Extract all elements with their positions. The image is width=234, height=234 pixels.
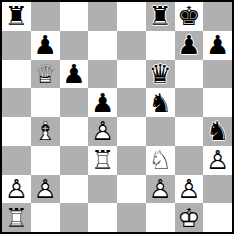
square-g6[interactable] [175, 60, 204, 89]
piece-white-pawn: ♟♙ [2, 175, 31, 204]
square-g8[interactable]: ♚ [175, 2, 204, 31]
square-b4[interactable]: ♝♗ [31, 117, 60, 146]
square-e6[interactable] [117, 60, 146, 89]
square-g2[interactable]: ♟♙ [175, 175, 204, 204]
square-f5[interactable]: ♞ [146, 88, 175, 117]
square-f4[interactable] [146, 117, 175, 146]
piece-black-rook: ♜ [2, 2, 31, 31]
square-h7[interactable]: ♟ [203, 31, 232, 60]
piece-black-knight: ♞ [203, 117, 232, 146]
piece-black-queen: ♛ [146, 60, 175, 89]
piece-black-king: ♚ [175, 2, 204, 31]
piece-white-pawn: ♟♙ [146, 175, 175, 204]
square-e1[interactable] [117, 203, 146, 232]
piece-black-pawn: ♟ [60, 60, 89, 89]
piece-black-knight: ♞ [146, 88, 175, 117]
square-c4[interactable] [60, 117, 89, 146]
square-h8[interactable] [203, 2, 232, 31]
square-g3[interactable] [175, 146, 204, 175]
square-f1[interactable] [146, 203, 175, 232]
piece-white-pawn: ♟♙ [175, 175, 204, 204]
square-c1[interactable] [60, 203, 89, 232]
square-d5[interactable]: ♟ [88, 88, 117, 117]
piece-white-pawn: ♟♙ [203, 146, 232, 175]
square-d4[interactable]: ♟♙ [88, 117, 117, 146]
square-d3[interactable]: ♜♖ [88, 146, 117, 175]
piece-black-pawn: ♟ [88, 88, 117, 117]
square-c5[interactable] [60, 88, 89, 117]
piece-black-pawn: ♟ [31, 31, 60, 60]
piece-white-king: ♚♔ [175, 203, 204, 232]
piece-white-queen: ♛♕ [31, 60, 60, 89]
square-b2[interactable]: ♟♙ [31, 175, 60, 204]
piece-white-rook: ♜♖ [2, 203, 31, 232]
square-d6[interactable] [88, 60, 117, 89]
square-d1[interactable] [88, 203, 117, 232]
piece-black-rook: ♜ [146, 2, 175, 31]
square-e8[interactable] [117, 2, 146, 31]
square-g7[interactable]: ♟ [175, 31, 204, 60]
piece-white-pawn: ♟♙ [88, 117, 117, 146]
square-a8[interactable]: ♜ [2, 2, 31, 31]
square-g1[interactable]: ♚♔ [175, 203, 204, 232]
square-b5[interactable] [31, 88, 60, 117]
piece-white-knight: ♞♘ [146, 146, 175, 175]
square-a2[interactable]: ♟♙ [2, 175, 31, 204]
square-c6[interactable]: ♟ [60, 60, 89, 89]
square-b6[interactable]: ♛♕ [31, 60, 60, 89]
square-c2[interactable] [60, 175, 89, 204]
square-a7[interactable] [2, 31, 31, 60]
square-e4[interactable] [117, 117, 146, 146]
square-f7[interactable] [146, 31, 175, 60]
square-d2[interactable] [88, 175, 117, 204]
square-f6[interactable]: ♛ [146, 60, 175, 89]
square-a4[interactable] [2, 117, 31, 146]
piece-white-rook: ♜♖ [88, 146, 117, 175]
square-c8[interactable] [60, 2, 89, 31]
square-f2[interactable]: ♟♙ [146, 175, 175, 204]
square-c7[interactable] [60, 31, 89, 60]
square-d8[interactable] [88, 2, 117, 31]
chess-board: ♜♜♚♟♟♟♛♕♟♛♟♞♝♗♟♙♞♜♖♞♘♟♙♟♙♟♙♟♙♟♙♜♖♚♔ [0, 0, 234, 234]
piece-white-bishop: ♝♗ [31, 117, 60, 146]
piece-white-pawn: ♟♙ [31, 175, 60, 204]
piece-black-pawn: ♟ [175, 31, 204, 60]
square-b8[interactable] [31, 2, 60, 31]
square-h2[interactable] [203, 175, 232, 204]
piece-black-pawn: ♟ [203, 31, 232, 60]
square-b3[interactable] [31, 146, 60, 175]
square-e2[interactable] [117, 175, 146, 204]
square-f3[interactable]: ♞♘ [146, 146, 175, 175]
square-h3[interactable]: ♟♙ [203, 146, 232, 175]
square-a6[interactable] [2, 60, 31, 89]
square-a1[interactable]: ♜♖ [2, 203, 31, 232]
square-b1[interactable] [31, 203, 60, 232]
square-h4[interactable]: ♞ [203, 117, 232, 146]
square-g4[interactable] [175, 117, 204, 146]
square-e5[interactable] [117, 88, 146, 117]
square-e7[interactable] [117, 31, 146, 60]
square-a3[interactable] [2, 146, 31, 175]
square-h1[interactable] [203, 203, 232, 232]
square-h5[interactable] [203, 88, 232, 117]
square-c3[interactable] [60, 146, 89, 175]
square-g5[interactable] [175, 88, 204, 117]
square-h6[interactable] [203, 60, 232, 89]
square-a5[interactable] [2, 88, 31, 117]
square-b7[interactable]: ♟ [31, 31, 60, 60]
square-e3[interactable] [117, 146, 146, 175]
square-d7[interactable] [88, 31, 117, 60]
square-f8[interactable]: ♜ [146, 2, 175, 31]
